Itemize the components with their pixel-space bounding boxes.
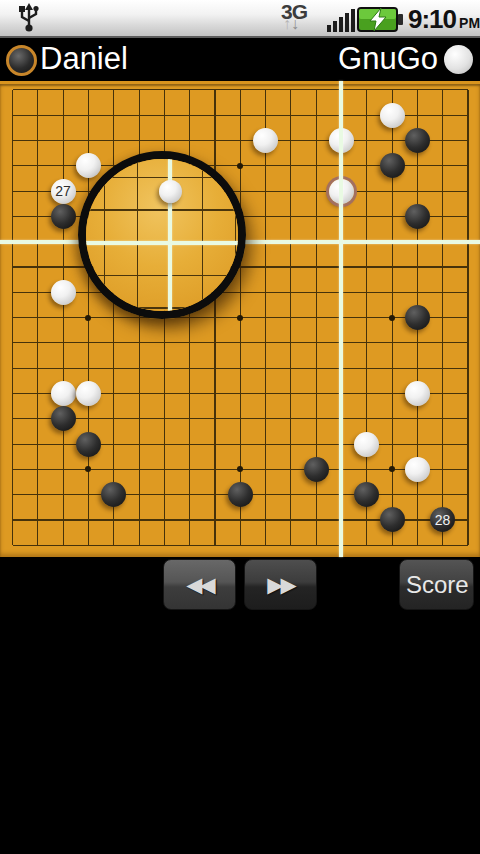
battery-charging-icon: [356, 6, 404, 33]
board-grid-line: [13, 368, 468, 369]
android-status-bar[interactable]: 3G ↑↓ 9:10PM: [0, 0, 480, 38]
clock: 9:10PM: [408, 4, 480, 35]
white-stone: 27: [51, 179, 76, 204]
phone-screen: 3G ↑↓ 9:10PM Daniel GnuGo 2728: [0, 0, 480, 854]
move-number-label: 27: [51, 179, 76, 204]
black-stone: [76, 432, 101, 457]
black-stone: [51, 204, 76, 229]
star-point: [237, 163, 243, 169]
magnifier-lens: [78, 151, 246, 319]
board-grid-line: [13, 545, 468, 546]
forward-icon: ▶▶: [267, 573, 293, 596]
white-stone: [76, 153, 101, 178]
score-button[interactable]: Score: [399, 559, 474, 610]
go-board[interactable]: 2728: [0, 84, 480, 557]
magnified-white-stone: [159, 180, 182, 203]
black-stone: [304, 457, 329, 482]
star-point: [389, 315, 395, 321]
rewind-button[interactable]: ◀◀: [163, 559, 236, 610]
board-grid-line: [290, 90, 291, 545]
black-stone: [51, 406, 76, 431]
black-stone: 28: [430, 507, 455, 532]
board-grid-line: [467, 90, 468, 545]
magnifier-view: [86, 159, 238, 311]
board-grid-line: [13, 342, 468, 343]
star-point: [389, 466, 395, 472]
magnified-grid-line: [104, 159, 105, 311]
magnified-grid-line: [86, 275, 238, 276]
magnified-grid-line: [86, 177, 238, 178]
black-stone: [405, 204, 430, 229]
black-stone: [405, 305, 430, 330]
magnified-crosshair-horizontal: [86, 241, 238, 245]
magnified-grid-line: [137, 159, 138, 311]
board-grid-line: [366, 90, 367, 545]
star-point: [237, 466, 243, 472]
magnified-grid-line: [202, 159, 203, 311]
black-stone: [380, 153, 405, 178]
white-stone: [51, 280, 76, 305]
white-stone: [51, 381, 76, 406]
forward-button[interactable]: ▶▶: [244, 559, 317, 610]
data-traffic-arrows-icon: ↑↓: [283, 15, 299, 33]
white-player-name: GnuGo: [338, 41, 438, 77]
star-point: [85, 315, 91, 321]
game-header: Daniel GnuGo: [0, 38, 480, 84]
signal-strength-icon: [327, 9, 359, 32]
star-point: [237, 315, 243, 321]
white-stone: [405, 457, 430, 482]
star-point: [85, 466, 91, 472]
usb-icon: [16, 2, 42, 34]
black-stone: [101, 482, 126, 507]
magnified-grid-line: [86, 209, 238, 210]
board-grid-line: [265, 90, 266, 545]
board-grid-line: [13, 418, 468, 419]
white-stone: [354, 432, 379, 457]
rewind-icon: ◀◀: [186, 573, 212, 596]
white-stone: [405, 381, 430, 406]
white-stone: [253, 128, 278, 153]
black-stone: [405, 128, 430, 153]
black-stone: [228, 482, 253, 507]
board-grid-line: [442, 90, 443, 545]
black-player-name: Daniel: [40, 41, 128, 77]
white-stone: [76, 381, 101, 406]
move-number-label: 28: [430, 507, 455, 532]
white-stone: [380, 103, 405, 128]
magnified-grid-line: [235, 159, 236, 311]
cursor-crosshair-vertical: [339, 81, 343, 557]
black-stone: [354, 482, 379, 507]
white-player-stone-icon: [444, 45, 473, 74]
black-stone: [380, 507, 405, 532]
black-player-stone-icon: [6, 45, 37, 76]
